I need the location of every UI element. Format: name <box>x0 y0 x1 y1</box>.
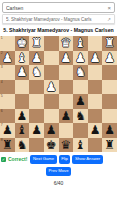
white-pawn-piece[interactable]: ♟ <box>15 65 30 80</box>
search-input[interactable]: Carlsen × <box>2 2 115 13</box>
board-square[interactable] <box>44 94 59 109</box>
white-rook-piece[interactable]: ♜ <box>102 36 117 51</box>
board-square[interactable]: ♝ <box>73 36 88 51</box>
board-square[interactable] <box>88 65 103 80</box>
black-pawn-piece[interactable]: ♟ <box>73 94 88 109</box>
board-square[interactable]: ♜ <box>29 36 44 51</box>
board-square[interactable] <box>102 65 117 80</box>
board-square[interactable]: ♚ <box>15 36 30 51</box>
game-title: 5. Shakhriyar Mamedyarov - Magnus Carlse… <box>0 27 117 33</box>
move-counter: 6/40 <box>0 180 117 186</box>
white-pawn-piece[interactable]: ♟ <box>44 80 59 95</box>
board-square[interactable] <box>73 123 88 138</box>
white-bishop-piece[interactable]: ♝ <box>73 36 88 51</box>
board-square[interactable]: 4 <box>0 80 15 95</box>
black-pawn-piece[interactable]: ♟ <box>29 123 44 138</box>
board-square[interactable]: 3 <box>0 65 15 80</box>
white-pawn-piece[interactable]: ♟ <box>102 51 117 66</box>
board-square[interactable]: ♟ <box>88 123 103 138</box>
board-square[interactable] <box>44 36 59 51</box>
board-square[interactable]: ♛ <box>59 36 74 51</box>
board-square[interactable] <box>15 94 30 109</box>
board-square[interactable] <box>15 80 30 95</box>
board-square[interactable]: ♞ <box>73 65 88 80</box>
flip-button[interactable]: Flip <box>59 155 71 164</box>
black-bishop-piece[interactable]: ♝ <box>73 138 88 153</box>
black-pawn-piece[interactable]: ♟ <box>44 123 59 138</box>
black-rook-piece[interactable]: ♜ <box>102 138 117 153</box>
board-square[interactable]: ♝ <box>15 123 30 138</box>
board-square[interactable]: ♝ <box>73 138 88 153</box>
board-square[interactable] <box>29 138 44 153</box>
board-square[interactable] <box>44 65 59 80</box>
board-square[interactable]: 6 <box>0 109 15 124</box>
black-pawn-piece[interactable]: ♟ <box>88 123 103 138</box>
board-square[interactable]: ♜ <box>102 36 117 51</box>
board-square[interactable] <box>73 80 88 95</box>
board-square[interactable]: ♞ <box>15 138 30 153</box>
board-square[interactable] <box>88 109 103 124</box>
black-queen-piece[interactable]: ♛ <box>59 138 74 153</box>
board-square[interactable]: ♛ <box>59 138 74 153</box>
board-square[interactable]: ♟ <box>44 80 59 95</box>
controls-row: ✓ Correct! Next Game Flip Show Answer <box>1 155 116 164</box>
board-square[interactable] <box>102 109 117 124</box>
board-square[interactable] <box>88 36 103 51</box>
search-value[interactable]: Carlsen <box>6 5 107 11</box>
white-queen-piece[interactable]: ♛ <box>59 36 74 51</box>
show-answer-button[interactable]: Show Answer <box>72 155 102 164</box>
board-square[interactable] <box>102 94 117 109</box>
board-square[interactable] <box>102 80 117 95</box>
board-square[interactable]: ♟ <box>44 123 59 138</box>
board-square[interactable] <box>88 80 103 95</box>
board-square[interactable]: ♟ <box>15 109 30 124</box>
rank-label: 6 <box>1 109 3 113</box>
autocomplete-suggestion[interactable]: 5. Shakhriyar Mamedyarov - Magnus Carls … <box>2 14 115 24</box>
black-knight-piece[interactable]: ♞ <box>73 109 88 124</box>
white-rook-piece[interactable]: ♜ <box>29 36 44 51</box>
white-pawn-piece[interactable]: ♟ <box>73 51 88 66</box>
board-square[interactable]: ♟ <box>29 123 44 138</box>
rank-label: 7 <box>1 123 3 127</box>
board-square[interactable] <box>88 94 103 109</box>
board-square[interactable] <box>44 51 59 66</box>
suggestion-label: 5. Shakhriyar Mamedyarov - Magnus Carls <box>6 17 106 22</box>
board-square[interactable]: 7♟ <box>0 123 15 138</box>
board-square[interactable]: 5 <box>0 94 15 109</box>
board-square[interactable]: ♟ <box>59 51 74 66</box>
rank-label: 4 <box>1 80 3 84</box>
rank-label: 5 <box>1 94 3 98</box>
board-square[interactable] <box>29 109 44 124</box>
board-square[interactable] <box>59 65 74 80</box>
next-game-button[interactable]: Next Game <box>30 155 56 164</box>
board-square[interactable]: ♞ <box>29 65 44 80</box>
white-bishop-piece[interactable]: ♝ <box>15 51 30 66</box>
white-king-piece[interactable]: ♚ <box>15 36 30 51</box>
white-pawn-piece[interactable]: ♟ <box>29 51 44 66</box>
chess-trainer-app: Carlsen × 5. Shakhriyar Mamedyarov - Mag… <box>0 0 117 200</box>
board-square[interactable]: ♜ <box>102 138 117 153</box>
board-square[interactable]: ♝ <box>15 51 30 66</box>
board-square[interactable]: ♟ <box>73 51 88 66</box>
board-square[interactable]: ♟ <box>15 65 30 80</box>
board-square[interactable]: ♟ <box>102 51 117 66</box>
board-square[interactable]: 8♜ <box>0 138 15 153</box>
correct-checkbox-icon: ✓ <box>1 157 6 162</box>
rank-label: 3 <box>1 65 3 69</box>
chess-board[interactable]: 1♚♜♛♝♜2♟♝♟♟♟♟♟3♟♞♞4♟5♟6♟♟♞7♟♝♟♟♟♟8♜♞♚♛♝♜ <box>0 36 117 152</box>
black-pawn-piece[interactable]: ♟ <box>15 109 30 124</box>
rank-label: 1 <box>1 36 3 40</box>
board-square[interactable] <box>59 94 74 109</box>
black-king-piece[interactable]: ♚ <box>44 138 59 153</box>
black-bishop-piece[interactable]: ♝ <box>15 123 30 138</box>
board-square[interactable]: ♞ <box>73 109 88 124</box>
black-knight-piece[interactable]: ♞ <box>15 138 30 153</box>
black-pawn-piece[interactable]: ♟ <box>102 123 117 138</box>
rank-label: 8 <box>1 138 3 142</box>
white-pawn-piece[interactable]: ♟ <box>88 51 103 66</box>
board-square[interactable] <box>44 109 59 124</box>
rank-label: 2 <box>1 51 3 55</box>
correct-label: Correct! <box>8 156 27 162</box>
board-square[interactable]: ♟ <box>59 109 74 124</box>
prev-move-button[interactable]: Prev Move <box>46 167 71 176</box>
board-square[interactable]: ♟ <box>88 51 103 66</box>
board-square[interactable]: 1 <box>0 36 15 51</box>
prev-move-row: Prev Move <box>0 167 117 176</box>
board-square[interactable] <box>59 123 74 138</box>
board-square[interactable] <box>29 80 44 95</box>
suggestion-arrow-icon: ↗ <box>107 17 111 22</box>
board-square[interactable] <box>59 80 74 95</box>
board-square[interactable]: 2♟ <box>0 51 15 66</box>
black-pawn-piece[interactable]: ♟ <box>59 109 74 124</box>
white-pawn-piece[interactable]: ♟ <box>59 51 74 66</box>
board-square[interactable]: ♟ <box>29 51 44 66</box>
board-square[interactable] <box>88 138 103 153</box>
board-square[interactable] <box>29 94 44 109</box>
white-knight-piece[interactable]: ♞ <box>29 65 44 80</box>
board-square[interactable]: ♟ <box>102 123 117 138</box>
board-square[interactable]: ♚ <box>44 138 59 153</box>
clear-search-icon[interactable]: × <box>107 5 111 11</box>
board-square[interactable]: ♟ <box>73 94 88 109</box>
white-knight-piece[interactable]: ♞ <box>73 65 88 80</box>
